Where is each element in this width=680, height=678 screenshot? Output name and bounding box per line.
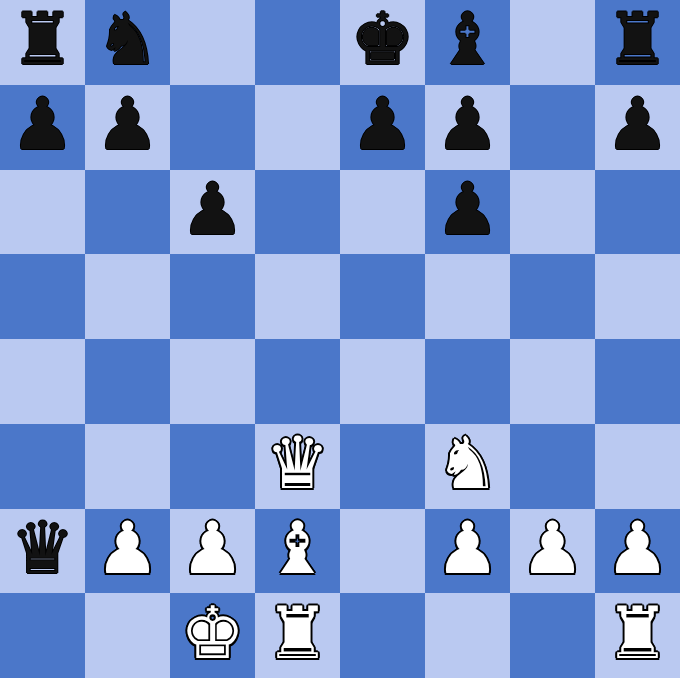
black-knight-icon[interactable]: ♞ <box>95 3 160 75</box>
black-pawn-icon[interactable]: ♟ <box>435 173 500 245</box>
square-g6[interactable] <box>510 170 595 255</box>
white-pawn-icon[interactable]: ♟ <box>520 512 585 584</box>
square-f5[interactable] <box>425 254 510 339</box>
white-pawn-icon[interactable]: ♟ <box>95 512 160 584</box>
white-pawn-icon[interactable]: ♟ <box>435 512 500 584</box>
square-e2[interactable] <box>340 509 425 594</box>
square-g8[interactable] <box>510 0 595 85</box>
square-h3[interactable] <box>595 424 680 509</box>
square-h7[interactable]: ♟ <box>595 85 680 170</box>
square-e5[interactable] <box>340 254 425 339</box>
square-g7[interactable] <box>510 85 595 170</box>
square-b8[interactable]: ♞ <box>85 0 170 85</box>
square-a5[interactable] <box>0 254 85 339</box>
black-pawn-icon[interactable]: ♟ <box>350 88 415 160</box>
square-c8[interactable] <box>170 0 255 85</box>
square-e7[interactable]: ♟ <box>340 85 425 170</box>
square-c2[interactable]: ♟ <box>170 509 255 594</box>
square-e8[interactable]: ♚ <box>340 0 425 85</box>
black-bishop-icon[interactable]: ♝ <box>435 3 500 75</box>
square-c4[interactable] <box>170 339 255 424</box>
chess-board: ♜♞♚♝♜♟♟♟♟♟♟♟♛♞♛♟♟♝♟♟♟♚♜♜ <box>0 0 680 678</box>
square-d1[interactable]: ♜ <box>255 593 340 678</box>
square-c6[interactable]: ♟ <box>170 170 255 255</box>
black-pawn-icon[interactable]: ♟ <box>10 88 75 160</box>
square-a2[interactable]: ♛ <box>0 509 85 594</box>
square-c7[interactable] <box>170 85 255 170</box>
square-b7[interactable]: ♟ <box>85 85 170 170</box>
square-b5[interactable] <box>85 254 170 339</box>
square-a4[interactable] <box>0 339 85 424</box>
white-rook-icon[interactable]: ♜ <box>605 597 670 669</box>
black-pawn-icon[interactable]: ♟ <box>180 173 245 245</box>
square-b2[interactable]: ♟ <box>85 509 170 594</box>
square-a3[interactable] <box>0 424 85 509</box>
square-a1[interactable] <box>0 593 85 678</box>
square-f1[interactable] <box>425 593 510 678</box>
square-e6[interactable] <box>340 170 425 255</box>
white-pawn-icon[interactable]: ♟ <box>180 512 245 584</box>
square-f7[interactable]: ♟ <box>425 85 510 170</box>
square-c3[interactable] <box>170 424 255 509</box>
black-pawn-icon[interactable]: ♟ <box>435 88 500 160</box>
square-h4[interactable] <box>595 339 680 424</box>
white-rook-icon[interactable]: ♜ <box>265 597 330 669</box>
square-b6[interactable] <box>85 170 170 255</box>
square-g3[interactable] <box>510 424 595 509</box>
black-king-icon[interactable]: ♚ <box>350 3 415 75</box>
white-king-icon[interactable]: ♚ <box>180 597 245 669</box>
square-a7[interactable]: ♟ <box>0 85 85 170</box>
white-bishop-icon[interactable]: ♝ <box>265 512 330 584</box>
square-f8[interactable]: ♝ <box>425 0 510 85</box>
square-g5[interactable] <box>510 254 595 339</box>
black-rook-icon[interactable]: ♜ <box>10 3 75 75</box>
square-g1[interactable] <box>510 593 595 678</box>
black-pawn-icon[interactable]: ♟ <box>95 88 160 160</box>
square-c1[interactable]: ♚ <box>170 593 255 678</box>
square-e1[interactable] <box>340 593 425 678</box>
chess-board-window: ♜♞♚♝♜♟♟♟♟♟♟♟♛♞♛♟♟♝♟♟♟♚♜♜ <box>0 0 680 678</box>
square-e4[interactable] <box>340 339 425 424</box>
square-h1[interactable]: ♜ <box>595 593 680 678</box>
white-queen-icon[interactable]: ♛ <box>265 427 330 499</box>
square-g2[interactable]: ♟ <box>510 509 595 594</box>
square-f6[interactable]: ♟ <box>425 170 510 255</box>
black-queen-icon[interactable]: ♛ <box>10 512 75 584</box>
square-h6[interactable] <box>595 170 680 255</box>
square-h2[interactable]: ♟ <box>595 509 680 594</box>
square-c5[interactable] <box>170 254 255 339</box>
square-d2[interactable]: ♝ <box>255 509 340 594</box>
square-d4[interactable] <box>255 339 340 424</box>
square-b1[interactable] <box>85 593 170 678</box>
white-pawn-icon[interactable]: ♟ <box>605 512 670 584</box>
square-d7[interactable] <box>255 85 340 170</box>
square-e3[interactable] <box>340 424 425 509</box>
square-b4[interactable] <box>85 339 170 424</box>
square-h5[interactable] <box>595 254 680 339</box>
square-d3[interactable]: ♛ <box>255 424 340 509</box>
square-a6[interactable] <box>0 170 85 255</box>
square-d8[interactable] <box>255 0 340 85</box>
square-d6[interactable] <box>255 170 340 255</box>
square-h8[interactable]: ♜ <box>595 0 680 85</box>
square-g4[interactable] <box>510 339 595 424</box>
square-f2[interactable]: ♟ <box>425 509 510 594</box>
black-pawn-icon[interactable]: ♟ <box>605 88 670 160</box>
white-knight-icon[interactable]: ♞ <box>435 427 500 499</box>
square-d5[interactable] <box>255 254 340 339</box>
square-f3[interactable]: ♞ <box>425 424 510 509</box>
square-f4[interactable] <box>425 339 510 424</box>
black-rook-icon[interactable]: ♜ <box>605 3 670 75</box>
square-a8[interactable]: ♜ <box>0 0 85 85</box>
square-b3[interactable] <box>85 424 170 509</box>
